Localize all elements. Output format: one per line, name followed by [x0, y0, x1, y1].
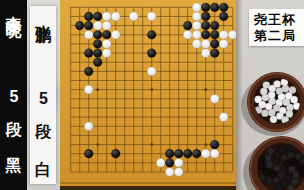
white-player-name: 张鹏 [35, 12, 51, 18]
black-player-banner: 李泰晓 5段 黑 [0, 0, 27, 190]
event-game-number: 第二局 [254, 28, 304, 44]
black-player-name: 李泰晓 [6, 3, 22, 12]
broadcast-frame: { "game": "go", "banners": { "black_play… [0, 0, 304, 190]
event-name: 尧王杯 [254, 12, 304, 28]
event-label: 尧王杯 第二局 [249, 9, 304, 46]
white-player-color: 白 [35, 148, 51, 151]
go-board [60, 0, 236, 190]
white-player-banner: 张鹏 5段 白 [30, 6, 56, 184]
black-player-color: 黑 [6, 144, 22, 147]
white-player-rank: 5段 [35, 90, 51, 113]
black-player-rank: 5段 [6, 88, 22, 111]
